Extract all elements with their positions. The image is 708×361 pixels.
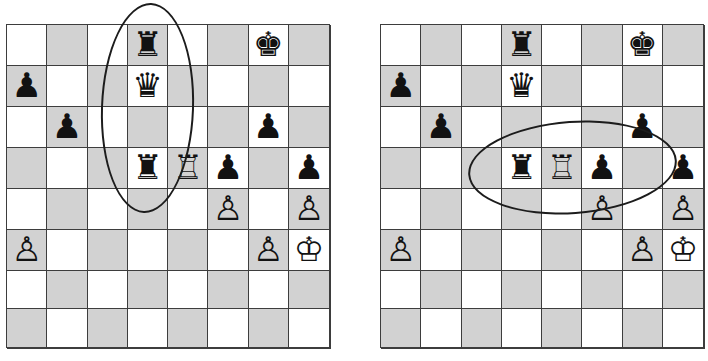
square-b6[interactable]: ♟ <box>421 107 461 148</box>
square-c8[interactable] <box>462 25 502 66</box>
square-h4[interactable]: ♙ <box>663 189 703 230</box>
square-d2[interactable] <box>502 271 542 309</box>
square-c7[interactable] <box>88 66 128 107</box>
piece-white-pawn: ♙ <box>627 229 657 269</box>
square-g1[interactable] <box>249 309 289 347</box>
chess-diagram-figure: ♜♚♟♛♟♟♜♖♟♟♙♙♙♙♔ ♜♚♟♛♟♟♜♖♟♟♙♙♙♙♔ <box>0 0 708 361</box>
piece-white-pawn: ♙ <box>294 188 324 228</box>
chess-board-left: ♜♚♟♛♟♟♜♖♟♟♙♙♙♙♔ <box>6 24 330 348</box>
piece-black-pawn: ♟ <box>668 147 698 187</box>
square-c6[interactable] <box>462 107 502 148</box>
square-g7[interactable] <box>623 66 663 107</box>
square-c1[interactable] <box>462 309 502 347</box>
square-h7[interactable] <box>663 66 703 107</box>
piece-white-king: ♔ <box>668 229 698 269</box>
square-h1[interactable] <box>289 309 329 347</box>
piece-white-king: ♔ <box>294 229 324 269</box>
square-f5[interactable]: ♟ <box>582 148 622 189</box>
square-f1[interactable] <box>582 309 622 347</box>
square-b8[interactable] <box>421 25 461 66</box>
square-d3[interactable] <box>128 230 168 271</box>
square-b4[interactable] <box>47 189 87 230</box>
square-b5[interactable] <box>421 148 461 189</box>
square-c6[interactable] <box>88 107 128 148</box>
square-a4[interactable] <box>381 189 421 230</box>
square-g1[interactable] <box>623 309 663 347</box>
square-e1[interactable] <box>542 309 582 347</box>
piece-white-pawn: ♙ <box>587 188 617 228</box>
square-d7[interactable]: ♛ <box>128 66 168 107</box>
square-e6[interactable] <box>168 107 208 148</box>
square-g5[interactable] <box>623 148 663 189</box>
square-c4[interactable] <box>462 189 502 230</box>
square-g6[interactable]: ♟ <box>249 107 289 148</box>
square-e7[interactable] <box>168 66 208 107</box>
square-e4[interactable] <box>168 189 208 230</box>
square-g7[interactable] <box>249 66 289 107</box>
piece-black-king: ♚ <box>253 24 283 64</box>
square-b1[interactable] <box>421 309 461 347</box>
square-h6[interactable] <box>663 107 703 148</box>
square-g3[interactable]: ♙ <box>623 230 663 271</box>
piece-white-pawn: ♙ <box>253 229 283 269</box>
square-c1[interactable] <box>88 309 128 347</box>
piece-black-pawn: ♟ <box>627 106 657 146</box>
square-g5[interactable] <box>249 148 289 189</box>
square-f7[interactable] <box>208 66 248 107</box>
square-f2[interactable] <box>208 271 248 309</box>
square-a5[interactable] <box>381 148 421 189</box>
piece-black-pawn: ♟ <box>52 106 82 146</box>
square-d5[interactable]: ♜ <box>128 148 168 189</box>
square-c2[interactable] <box>462 271 502 309</box>
square-f6[interactable] <box>208 107 248 148</box>
piece-white-pawn: ♙ <box>668 188 698 228</box>
square-e6[interactable] <box>542 107 582 148</box>
square-b8[interactable] <box>47 25 87 66</box>
square-e5[interactable]: ♖ <box>542 148 582 189</box>
square-a2[interactable] <box>7 271 47 309</box>
square-f4[interactable]: ♙ <box>582 189 622 230</box>
square-c2[interactable] <box>88 271 128 309</box>
square-d1[interactable] <box>128 309 168 347</box>
piece-black-queen: ♛ <box>132 65 162 105</box>
piece-black-pawn: ♟ <box>587 147 617 187</box>
square-a3[interactable]: ♙ <box>7 230 47 271</box>
square-b7[interactable] <box>47 66 87 107</box>
square-g6[interactable]: ♟ <box>623 107 663 148</box>
piece-white-rook: ♖ <box>172 147 202 187</box>
square-e4[interactable] <box>542 189 582 230</box>
square-e7[interactable] <box>542 66 582 107</box>
square-c7[interactable] <box>462 66 502 107</box>
square-c5[interactable] <box>462 148 502 189</box>
square-h5[interactable]: ♟ <box>289 148 329 189</box>
square-c5[interactable] <box>88 148 128 189</box>
square-e3[interactable] <box>542 230 582 271</box>
square-g4[interactable] <box>623 189 663 230</box>
piece-white-pawn: ♙ <box>11 229 41 269</box>
piece-black-pawn: ♟ <box>213 147 243 187</box>
square-a5[interactable] <box>7 148 47 189</box>
square-b3[interactable] <box>421 230 461 271</box>
piece-black-pawn: ♟ <box>294 147 324 187</box>
square-h5[interactable]: ♟ <box>663 148 703 189</box>
square-d3[interactable] <box>502 230 542 271</box>
square-f3[interactable] <box>208 230 248 271</box>
square-f2[interactable] <box>582 271 622 309</box>
square-h2[interactable] <box>289 271 329 309</box>
piece-black-pawn: ♟ <box>385 65 415 105</box>
piece-white-pawn: ♙ <box>385 229 415 269</box>
piece-black-pawn: ♟ <box>426 106 456 146</box>
square-h3[interactable]: ♔ <box>663 230 703 271</box>
square-f5[interactable]: ♟ <box>208 148 248 189</box>
square-g4[interactable] <box>249 189 289 230</box>
square-d8[interactable]: ♜ <box>502 25 542 66</box>
square-a3[interactable]: ♙ <box>381 230 421 271</box>
piece-black-pawn: ♟ <box>11 65 41 105</box>
square-f8[interactable] <box>582 25 622 66</box>
chess-board-right: ♜♚♟♛♟♟♜♖♟♟♙♙♙♙♔ <box>380 24 704 348</box>
square-h4[interactable]: ♙ <box>289 189 329 230</box>
square-h8[interactable] <box>663 25 703 66</box>
square-d7[interactable]: ♛ <box>502 66 542 107</box>
square-d5[interactable]: ♜ <box>502 148 542 189</box>
square-f6[interactable] <box>582 107 622 148</box>
square-g2[interactable] <box>249 271 289 309</box>
square-g8[interactable]: ♚ <box>623 25 663 66</box>
square-b6[interactable]: ♟ <box>47 107 87 148</box>
square-d2[interactable] <box>128 271 168 309</box>
square-b4[interactable] <box>421 189 461 230</box>
piece-black-queen: ♛ <box>506 65 536 105</box>
square-f7[interactable] <box>582 66 622 107</box>
square-a1[interactable] <box>7 309 47 347</box>
square-h2[interactable] <box>663 271 703 309</box>
piece-black-pawn: ♟ <box>253 106 283 146</box>
piece-black-rook: ♜ <box>506 147 536 187</box>
piece-black-king: ♚ <box>627 24 657 64</box>
square-c3[interactable] <box>462 230 502 271</box>
square-f3[interactable] <box>582 230 622 271</box>
square-d8[interactable]: ♜ <box>128 25 168 66</box>
square-a2[interactable] <box>381 271 421 309</box>
square-b2[interactable] <box>47 271 87 309</box>
square-a4[interactable] <box>7 189 47 230</box>
piece-white-rook: ♖ <box>546 147 576 187</box>
square-e5[interactable]: ♖ <box>168 148 208 189</box>
square-g2[interactable] <box>623 271 663 309</box>
square-c3[interactable] <box>88 230 128 271</box>
square-a6[interactable] <box>7 107 47 148</box>
square-a7[interactable]: ♟ <box>7 66 47 107</box>
square-d6[interactable] <box>128 107 168 148</box>
square-a8[interactable] <box>381 25 421 66</box>
square-a1[interactable] <box>381 309 421 347</box>
square-a7[interactable]: ♟ <box>381 66 421 107</box>
square-e1[interactable] <box>168 309 208 347</box>
square-h7[interactable] <box>289 66 329 107</box>
piece-black-rook: ♜ <box>132 147 162 187</box>
square-b3[interactable] <box>47 230 87 271</box>
square-f1[interactable] <box>208 309 248 347</box>
square-h6[interactable] <box>289 107 329 148</box>
square-d1[interactable] <box>502 309 542 347</box>
square-b5[interactable] <box>47 148 87 189</box>
square-e3[interactable] <box>168 230 208 271</box>
square-e8[interactable] <box>542 25 582 66</box>
square-g8[interactable]: ♚ <box>249 25 289 66</box>
square-b7[interactable] <box>421 66 461 107</box>
piece-black-rook: ♜ <box>506 24 536 64</box>
square-f8[interactable] <box>208 25 248 66</box>
square-b1[interactable] <box>47 309 87 347</box>
piece-white-pawn: ♙ <box>213 188 243 228</box>
square-c8[interactable] <box>88 25 128 66</box>
square-b2[interactable] <box>421 271 461 309</box>
piece-black-rook: ♜ <box>132 24 162 64</box>
square-d6[interactable] <box>502 107 542 148</box>
square-h8[interactable] <box>289 25 329 66</box>
square-d4[interactable] <box>128 189 168 230</box>
square-a8[interactable] <box>7 25 47 66</box>
square-d4[interactable] <box>502 189 542 230</box>
square-e2[interactable] <box>542 271 582 309</box>
square-e2[interactable] <box>168 271 208 309</box>
square-f4[interactable]: ♙ <box>208 189 248 230</box>
square-a6[interactable] <box>381 107 421 148</box>
square-e8[interactable] <box>168 25 208 66</box>
square-c4[interactable] <box>88 189 128 230</box>
square-h1[interactable] <box>663 309 703 347</box>
square-h3[interactable]: ♔ <box>289 230 329 271</box>
square-g3[interactable]: ♙ <box>249 230 289 271</box>
